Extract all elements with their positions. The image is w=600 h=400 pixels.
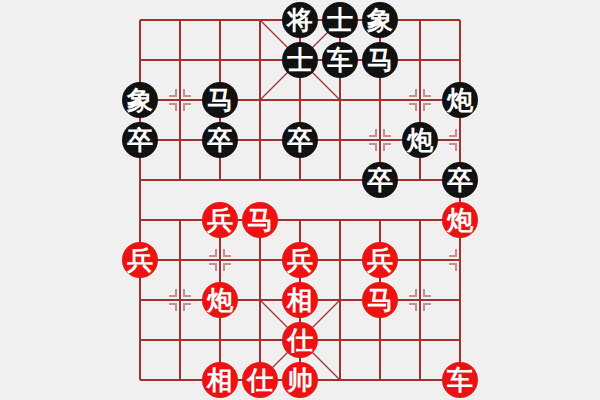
pieces-layer: 将士象士车马象马炮卒卒卒炮卒卒兵马炮兵兵兵炮相马仕相仕帅车 — [120, 0, 480, 400]
black-elephant[interactable]: 象 — [122, 82, 158, 118]
red-soldier[interactable]: 兵 — [282, 242, 318, 278]
black-soldier[interactable]: 卒 — [122, 122, 158, 158]
red-advisor[interactable]: 仕 — [242, 362, 278, 398]
black-advisor[interactable]: 士 — [322, 2, 358, 38]
black-soldier[interactable]: 卒 — [442, 162, 478, 198]
red-chariot[interactable]: 车 — [442, 362, 478, 398]
black-soldier[interactable]: 卒 — [282, 122, 318, 158]
black-horse[interactable]: 马 — [362, 42, 398, 78]
black-soldier[interactable]: 卒 — [362, 162, 398, 198]
red-soldier[interactable]: 兵 — [362, 242, 398, 278]
black-chariot[interactable]: 车 — [322, 42, 358, 78]
black-soldier[interactable]: 卒 — [202, 122, 238, 158]
red-elephant[interactable]: 相 — [202, 362, 238, 398]
red-soldier[interactable]: 兵 — [202, 202, 238, 238]
black-horse[interactable]: 马 — [202, 82, 238, 118]
red-general[interactable]: 帅 — [282, 362, 318, 398]
red-soldier[interactable]: 兵 — [122, 242, 158, 278]
red-elephant[interactable]: 相 — [282, 282, 318, 318]
black-cannon[interactable]: 炮 — [402, 122, 438, 158]
red-horse[interactable]: 马 — [362, 282, 398, 318]
black-cannon[interactable]: 炮 — [442, 82, 478, 118]
red-advisor[interactable]: 仕 — [282, 322, 318, 358]
black-general[interactable]: 将 — [282, 2, 318, 38]
red-horse[interactable]: 马 — [242, 202, 278, 238]
red-cannon[interactable]: 炮 — [202, 282, 238, 318]
xiangqi-board: 将士象士车马象马炮卒卒卒炮卒卒兵马炮兵兵兵炮相马仕相仕帅车 — [0, 0, 600, 400]
red-cannon[interactable]: 炮 — [442, 202, 478, 238]
black-elephant[interactable]: 象 — [362, 2, 398, 38]
black-advisor[interactable]: 士 — [282, 42, 318, 78]
